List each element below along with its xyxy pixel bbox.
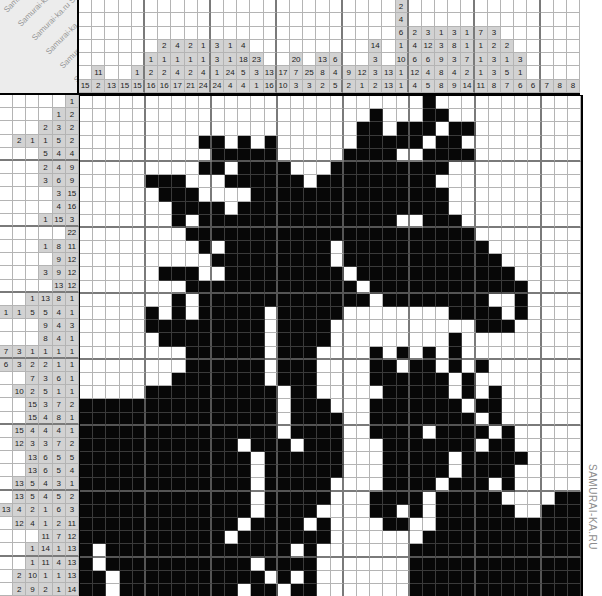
grid-cell[interactable] [344,241,357,254]
grid-cell[interactable] [212,492,225,505]
grid-cell[interactable] [291,149,304,162]
grid-cell[interactable] [555,531,568,544]
grid-cell[interactable] [489,571,502,584]
grid-cell[interactable] [410,228,423,241]
grid-cell[interactable] [80,281,93,294]
grid-cell[interactable] [449,571,462,584]
grid-cell[interactable] [172,439,185,452]
grid-cell[interactable] [357,136,370,149]
grid-cell[interactable] [146,267,159,280]
grid-cell[interactable] [410,399,423,412]
grid-cell[interactable] [528,518,541,531]
grid-cell[interactable] [502,228,515,241]
grid-cell[interactable] [344,228,357,241]
grid-cell[interactable] [199,241,212,254]
grid-cell[interactable] [159,544,172,557]
grid-cell[interactable] [410,188,423,201]
grid-cell[interactable] [436,202,449,215]
grid-cell[interactable] [357,202,370,215]
grid-cell[interactable] [423,584,436,596]
grid-cell[interactable] [186,281,199,294]
grid-cell[interactable] [93,175,106,188]
grid-cell[interactable] [462,202,475,215]
grid-cell[interactable] [172,531,185,544]
grid-cell[interactable] [106,571,119,584]
grid-cell[interactable] [199,228,212,241]
grid-cell[interactable] [502,149,515,162]
grid-cell[interactable] [80,267,93,280]
grid-cell[interactable] [225,188,238,201]
grid-cell[interactable] [80,492,93,505]
grid-cell[interactable] [423,518,436,531]
grid-cell[interactable] [515,531,528,544]
grid-cell[interactable] [397,558,410,571]
grid-cell[interactable] [370,373,383,386]
grid-cell[interactable] [502,175,515,188]
grid-cell[interactable] [449,426,462,439]
grid-cell[interactable] [80,518,93,531]
grid-cell[interactable] [238,215,251,228]
grid-cell[interactable] [238,228,251,241]
grid-cell[interactable] [397,333,410,346]
grid-cell[interactable] [476,202,489,215]
grid-cell[interactable] [251,281,264,294]
grid-cell[interactable] [238,518,251,531]
grid-cell[interactable] [331,439,344,452]
grid-cell[interactable] [304,254,317,267]
grid-cell[interactable] [304,399,317,412]
grid-cell[interactable] [344,452,357,465]
grid-cell[interactable] [186,373,199,386]
grid-cell[interactable] [238,333,251,346]
grid-cell[interactable] [568,149,581,162]
grid-cell[interactable] [542,558,555,571]
grid-cell[interactable] [251,307,264,320]
grid-cell[interactable] [317,478,330,491]
grid-cell[interactable] [304,215,317,228]
grid-cell[interactable] [251,320,264,333]
grid-cell[interactable] [331,254,344,267]
grid-cell[interactable] [528,267,541,280]
grid-cell[interactable] [199,202,212,215]
grid-cell[interactable] [568,175,581,188]
grid-cell[interactable] [225,294,238,307]
grid-cell[interactable] [555,294,568,307]
grid-cell[interactable] [251,360,264,373]
grid-cell[interactable] [436,386,449,399]
grid-cell[interactable] [489,109,502,122]
grid-cell[interactable] [80,465,93,478]
grid-cell[interactable] [423,386,436,399]
grid-cell[interactable] [331,281,344,294]
grid-cell[interactable] [331,149,344,162]
grid-cell[interactable] [423,571,436,584]
grid-cell[interactable] [120,505,133,518]
grid-cell[interactable] [542,202,555,215]
grid-cell[interactable] [225,439,238,452]
grid-cell[interactable] [383,439,396,452]
grid-cell[interactable] [383,254,396,267]
grid-cell[interactable] [199,333,212,346]
grid-cell[interactable] [199,584,212,596]
grid-cell[interactable] [331,492,344,505]
grid-cell[interactable] [120,492,133,505]
grid-cell[interactable] [304,281,317,294]
grid-cell[interactable] [159,492,172,505]
grid-cell[interactable] [304,478,317,491]
grid-cell[interactable] [80,544,93,557]
grid-cell[interactable] [159,360,172,373]
grid-cell[interactable] [423,347,436,360]
grid-cell[interactable] [344,584,357,596]
grid-cell[interactable] [397,505,410,518]
grid-cell[interactable] [528,426,541,439]
grid-cell[interactable] [515,492,528,505]
grid-cell[interactable] [225,558,238,571]
grid-cell[interactable] [278,294,291,307]
grid-cell[interactable] [542,360,555,373]
grid-cell[interactable] [568,281,581,294]
grid-cell[interactable] [80,360,93,373]
grid-cell[interactable] [199,558,212,571]
grid-cell[interactable] [528,281,541,294]
grid-cell[interactable] [238,162,251,175]
grid-cell[interactable] [476,175,489,188]
grid-cell[interactable] [515,373,528,386]
grid-cell[interactable] [542,96,555,109]
grid-cell[interactable] [423,558,436,571]
grid-cell[interactable] [489,149,502,162]
grid-cell[interactable] [462,175,475,188]
grid-cell[interactable] [278,162,291,175]
grid-cell[interactable] [331,202,344,215]
grid-cell[interactable] [528,162,541,175]
grid-cell[interactable] [212,136,225,149]
grid-cell[interactable] [502,413,515,426]
grid-cell[interactable] [542,215,555,228]
grid-cell[interactable] [186,347,199,360]
grid-cell[interactable] [568,96,581,109]
grid-cell[interactable] [331,399,344,412]
grid-cell[interactable] [357,413,370,426]
grid-cell[interactable] [397,188,410,201]
grid-cell[interactable] [555,505,568,518]
grid-cell[interactable] [502,373,515,386]
grid-cell[interactable] [462,558,475,571]
grid-cell[interactable] [555,558,568,571]
grid-cell[interactable] [106,544,119,557]
grid-cell[interactable] [172,281,185,294]
grid-cell[interactable] [397,281,410,294]
grid-cell[interactable] [370,360,383,373]
grid-cell[interactable] [555,373,568,386]
grid-cell[interactable] [370,241,383,254]
grid-cell[interactable] [265,413,278,426]
grid-cell[interactable] [462,426,475,439]
grid-cell[interactable] [172,347,185,360]
grid-cell[interactable] [436,333,449,346]
grid-cell[interactable] [436,96,449,109]
grid-cell[interactable] [568,109,581,122]
grid-cell[interactable] [291,136,304,149]
grid-cell[interactable] [106,109,119,122]
grid-cell[interactable] [80,571,93,584]
grid-cell[interactable] [146,584,159,596]
grid-cell[interactable] [542,149,555,162]
grid-cell[interactable] [555,96,568,109]
grid-cell[interactable] [423,175,436,188]
grid-cell[interactable] [357,175,370,188]
grid-cell[interactable] [80,162,93,175]
grid-cell[interactable] [476,215,489,228]
grid-cell[interactable] [133,307,146,320]
grid-cell[interactable] [317,188,330,201]
grid-cell[interactable] [370,439,383,452]
grid-cell[interactable] [397,202,410,215]
grid-cell[interactable] [212,452,225,465]
grid-cell[interactable] [423,109,436,122]
grid-cell[interactable] [476,584,489,596]
grid-cell[interactable] [265,558,278,571]
grid-cell[interactable] [251,175,264,188]
grid-cell[interactable] [80,558,93,571]
grid-cell[interactable] [146,188,159,201]
grid-cell[interactable] [304,492,317,505]
grid-cell[interactable] [265,136,278,149]
grid-cell[interactable] [186,518,199,531]
grid-cell[interactable] [489,399,502,412]
grid-cell[interactable] [397,544,410,557]
grid-cell[interactable] [133,373,146,386]
grid-cell[interactable] [133,544,146,557]
grid-cell[interactable] [317,333,330,346]
grid-cell[interactable] [568,413,581,426]
grid-cell[interactable] [515,571,528,584]
grid-cell[interactable] [502,320,515,333]
grid-cell[interactable] [146,399,159,412]
grid-cell[interactable] [410,162,423,175]
grid-cell[interactable] [186,505,199,518]
grid-cell[interactable] [93,162,106,175]
grid-cell[interactable] [370,254,383,267]
grid-cell[interactable] [265,122,278,135]
grid-cell[interactable] [172,109,185,122]
grid-cell[interactable] [225,241,238,254]
grid-cell[interactable] [542,281,555,294]
grid-cell[interactable] [159,109,172,122]
grid-cell[interactable] [80,294,93,307]
grid-cell[interactable] [397,307,410,320]
grid-cell[interactable] [120,439,133,452]
grid-cell[interactable] [410,478,423,491]
grid-cell[interactable] [291,505,304,518]
grid-cell[interactable] [489,558,502,571]
grid-cell[interactable] [225,518,238,531]
grid-cell[interactable] [120,452,133,465]
grid-cell[interactable] [449,452,462,465]
grid-cell[interactable] [212,386,225,399]
grid-cell[interactable] [120,294,133,307]
grid-cell[interactable] [238,584,251,596]
grid-cell[interactable] [146,294,159,307]
grid-cell[interactable] [528,571,541,584]
grid-cell[interactable] [502,136,515,149]
grid-cell[interactable] [159,136,172,149]
grid-cell[interactable] [304,531,317,544]
grid-cell[interactable] [172,307,185,320]
grid-cell[interactable] [344,109,357,122]
grid-cell[interactable] [317,399,330,412]
grid-cell[interactable] [528,96,541,109]
grid-cell[interactable] [278,452,291,465]
grid-cell[interactable] [357,333,370,346]
grid-cell[interactable] [238,373,251,386]
grid-cell[interactable] [93,505,106,518]
grid-cell[interactable] [172,254,185,267]
grid-cell[interactable] [489,333,502,346]
grid-cell[interactable] [542,492,555,505]
grid-cell[interactable] [80,386,93,399]
grid-cell[interactable] [344,267,357,280]
grid-cell[interactable] [370,267,383,280]
grid-cell[interactable] [172,492,185,505]
grid-cell[interactable] [502,452,515,465]
grid-cell[interactable] [449,505,462,518]
grid-cell[interactable] [331,426,344,439]
grid-cell[interactable] [555,518,568,531]
grid-cell[interactable] [357,452,370,465]
grid-cell[interactable] [568,360,581,373]
grid-cell[interactable] [317,96,330,109]
grid-cell[interactable] [238,188,251,201]
grid-cell[interactable] [172,584,185,596]
grid-cell[interactable] [436,281,449,294]
grid-cell[interactable] [331,386,344,399]
grid-cell[interactable] [106,505,119,518]
grid-cell[interactable] [265,202,278,215]
grid-cell[interactable] [357,386,370,399]
grid-cell[interactable] [397,175,410,188]
grid-cell[interactable] [317,439,330,452]
grid-cell[interactable] [159,281,172,294]
grid-cell[interactable] [317,426,330,439]
grid-cell[interactable] [304,413,317,426]
grid-cell[interactable] [489,202,502,215]
grid-cell[interactable] [317,122,330,135]
grid-cell[interactable] [120,426,133,439]
grid-cell[interactable] [502,360,515,373]
grid-cell[interactable] [397,465,410,478]
grid-cell[interactable] [172,544,185,557]
grid-cell[interactable] [93,518,106,531]
grid-cell[interactable] [186,360,199,373]
grid-cell[interactable] [370,399,383,412]
grid-cell[interactable] [370,307,383,320]
grid-cell[interactable] [515,254,528,267]
grid-cell[interactable] [251,452,264,465]
grid-cell[interactable] [568,294,581,307]
grid-cell[interactable] [383,558,396,571]
grid-cell[interactable] [186,202,199,215]
grid-cell[interactable] [568,439,581,452]
grid-cell[interactable] [370,478,383,491]
grid-cell[interactable] [555,307,568,320]
grid-cell[interactable] [80,478,93,491]
grid-cell[interactable] [146,426,159,439]
grid-cell[interactable] [317,531,330,544]
grid-cell[interactable] [186,452,199,465]
grid-cell[interactable] [476,241,489,254]
grid-cell[interactable] [383,531,396,544]
grid-cell[interactable] [317,109,330,122]
grid-cell[interactable] [133,162,146,175]
grid-cell[interactable] [159,188,172,201]
grid-cell[interactable] [383,373,396,386]
grid-cell[interactable] [265,544,278,557]
grid-cell[interactable] [278,360,291,373]
grid-cell[interactable] [542,505,555,518]
grid-cell[interactable] [383,478,396,491]
grid-cell[interactable] [186,333,199,346]
grid-cell[interactable] [186,426,199,439]
grid-cell[interactable] [278,320,291,333]
grid-cell[interactable] [133,347,146,360]
grid-cell[interactable] [106,518,119,531]
grid-cell[interactable] [383,492,396,505]
grid-cell[interactable] [568,136,581,149]
grid-cell[interactable] [106,241,119,254]
grid-cell[interactable] [106,149,119,162]
grid-cell[interactable] [304,386,317,399]
grid-cell[interactable] [212,333,225,346]
grid-cell[interactable] [397,452,410,465]
grid-cell[interactable] [199,215,212,228]
grid-cell[interactable] [212,320,225,333]
grid-cell[interactable] [383,149,396,162]
grid-cell[interactable] [291,241,304,254]
grid-cell[interactable] [291,518,304,531]
grid-cell[interactable] [410,452,423,465]
grid-cell[interactable] [542,162,555,175]
grid-cell[interactable] [317,228,330,241]
grid-cell[interactable] [357,241,370,254]
grid-cell[interactable] [357,281,370,294]
grid-cell[interactable] [449,162,462,175]
grid-cell[interactable] [278,505,291,518]
grid-cell[interactable] [159,386,172,399]
grid-cell[interactable] [489,228,502,241]
grid-cell[interactable] [251,584,264,596]
grid-cell[interactable] [317,544,330,557]
grid-cell[interactable] [199,413,212,426]
grid-cell[interactable] [423,254,436,267]
grid-cell[interactable] [383,452,396,465]
grid-cell[interactable] [476,439,489,452]
grid-cell[interactable] [370,386,383,399]
grid-cell[interactable] [159,175,172,188]
grid-cell[interactable] [172,360,185,373]
grid-cell[interactable] [251,531,264,544]
grid-cell[interactable] [449,188,462,201]
grid-cell[interactable] [476,254,489,267]
grid-cell[interactable] [225,215,238,228]
grid-cell[interactable] [212,254,225,267]
grid-cell[interactable] [528,360,541,373]
grid-cell[interactable] [120,162,133,175]
grid-cell[interactable] [93,228,106,241]
grid-cell[interactable] [370,188,383,201]
grid-cell[interactable] [80,149,93,162]
